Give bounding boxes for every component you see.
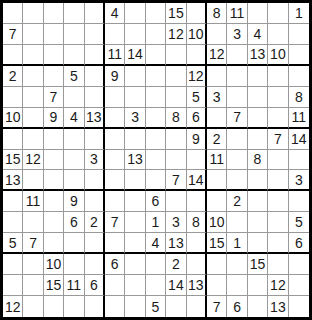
cell-r7c7[interactable] [125,129,145,150]
cell-r6c1[interactable]: 10 [3,108,23,129]
cell-r3c9[interactable] [166,45,186,66]
cell-r8c12[interactable] [227,150,247,171]
cell-r12c2[interactable]: 7 [23,233,43,254]
cell-r4c11[interactable] [207,66,227,87]
cell-r1c15[interactable]: 1 [289,3,309,24]
cell-r7c3[interactable] [44,129,64,150]
cell-r3c11[interactable]: 12 [207,45,227,66]
cell-r3c7[interactable]: 14 [125,45,145,66]
cell-r5c5[interactable] [85,87,105,108]
cell-r14c14[interactable]: 12 [268,275,288,296]
cell-r6c2[interactable] [23,108,43,129]
cell-r9c5[interactable] [85,170,105,191]
cell-r11c12[interactable] [227,212,247,233]
cell-r8c1[interactable]: 15 [3,150,23,171]
cell-r11c9[interactable]: 3 [166,212,186,233]
cell-r13c5[interactable] [85,254,105,275]
cell-r5c9[interactable] [166,87,186,108]
cell-r4c6[interactable]: 9 [105,66,125,87]
cell-r14c6[interactable] [105,275,125,296]
cell-r12c10[interactable] [187,233,207,254]
cell-r4c3[interactable] [44,66,64,87]
cell-r14c15[interactable] [289,275,309,296]
cell-r9c15[interactable]: 3 [289,170,309,191]
cell-r13c10[interactable] [187,254,207,275]
cell-r10c8[interactable]: 6 [146,191,166,212]
cell-r11c15[interactable]: 5 [289,212,309,233]
cell-r2c11[interactable] [207,24,227,45]
cell-r1c10[interactable] [187,3,207,24]
cell-r4c8[interactable] [146,66,166,87]
cell-r10c3[interactable] [44,191,64,212]
cell-r9c11[interactable] [207,170,227,191]
cell-r4c7[interactable] [125,66,145,87]
cell-r15c11[interactable]: 7 [207,296,227,317]
cell-r3c8[interactable] [146,45,166,66]
cell-r15c3[interactable] [44,296,64,317]
cell-r4c9[interactable] [166,66,186,87]
cell-r12c9[interactable]: 13 [166,233,186,254]
cell-r13c3[interactable]: 10 [44,254,64,275]
cell-r9c9[interactable]: 7 [166,170,186,191]
cell-r6c15[interactable]: 11 [289,108,309,129]
cell-r14c8[interactable] [146,275,166,296]
cell-r8c7[interactable]: 13 [125,150,145,171]
cell-r13c8[interactable] [146,254,166,275]
cell-r12c11[interactable]: 15 [207,233,227,254]
cell-r7c2[interactable] [23,129,43,150]
cell-r5c12[interactable] [227,87,247,108]
cell-r13c11[interactable] [207,254,227,275]
cell-r7c10[interactable]: 9 [187,129,207,150]
cell-r13c14[interactable] [268,254,288,275]
cell-r9c13[interactable] [248,170,268,191]
cell-r1c3[interactable] [44,3,64,24]
cell-r11c6[interactable]: 7 [105,212,125,233]
cell-r4c15[interactable] [289,66,309,87]
cell-r9c3[interactable] [44,170,64,191]
cell-r10c7[interactable] [125,191,145,212]
cell-r2c8[interactable] [146,24,166,45]
cell-r10c10[interactable] [187,191,207,212]
cell-r2c6[interactable] [105,24,125,45]
cell-r9c12[interactable] [227,170,247,191]
cell-r2c14[interactable] [268,24,288,45]
cell-r7c11[interactable]: 2 [207,129,227,150]
cell-r4c14[interactable] [268,66,288,87]
cell-r5c15[interactable]: 8 [289,87,309,108]
cell-r3c5[interactable] [85,45,105,66]
cell-r9c4[interactable] [64,170,84,191]
cell-r10c14[interactable] [268,191,288,212]
cell-r6c9[interactable]: 8 [166,108,186,129]
cell-r9c1[interactable]: 13 [3,170,23,191]
cell-r5c14[interactable] [268,87,288,108]
cell-r9c10[interactable]: 14 [187,170,207,191]
cell-r12c8[interactable]: 4 [146,233,166,254]
cell-r13c7[interactable] [125,254,145,275]
cell-r4c10[interactable]: 12 [187,66,207,87]
cell-r5c8[interactable] [146,87,166,108]
cell-r1c5[interactable] [85,3,105,24]
cell-r9c7[interactable] [125,170,145,191]
cell-r3c1[interactable] [3,45,23,66]
cell-r1c1[interactable] [3,3,23,24]
cell-r14c1[interactable] [3,275,23,296]
cell-r2c10[interactable]: 10 [187,24,207,45]
cell-r6c10[interactable]: 6 [187,108,207,129]
cell-r14c12[interactable] [227,275,247,296]
cell-r11c2[interactable] [23,212,43,233]
cell-r10c4[interactable]: 9 [64,191,84,212]
cell-r3c13[interactable]: 13 [248,45,268,66]
cell-r14c7[interactable] [125,275,145,296]
cell-r15c15[interactable] [289,296,309,317]
cell-r4c12[interactable] [227,66,247,87]
cell-r1c4[interactable] [64,3,84,24]
cell-r13c13[interactable]: 15 [248,254,268,275]
cell-r8c10[interactable] [187,150,207,171]
cell-r11c8[interactable]: 1 [146,212,166,233]
cell-r14c3[interactable]: 15 [44,275,64,296]
cell-r6c7[interactable]: 3 [125,108,145,129]
cell-r10c12[interactable]: 2 [227,191,247,212]
cell-r2c5[interactable] [85,24,105,45]
cell-r8c13[interactable]: 8 [248,150,268,171]
cell-r12c7[interactable] [125,233,145,254]
cell-r2c4[interactable] [64,24,84,45]
cell-r1c13[interactable] [248,3,268,24]
cell-r12c15[interactable]: 6 [289,233,309,254]
cell-r8c3[interactable] [44,150,64,171]
cell-r14c11[interactable] [207,275,227,296]
cell-r12c1[interactable]: 5 [3,233,23,254]
cell-r5c2[interactable] [23,87,43,108]
cell-r10c11[interactable] [207,191,227,212]
cell-r10c2[interactable]: 11 [23,191,43,212]
cell-r3c15[interactable] [289,45,309,66]
cell-r12c4[interactable] [64,233,84,254]
cell-r7c4[interactable] [64,129,84,150]
cell-r15c6[interactable] [105,296,125,317]
cell-r6c3[interactable]: 9 [44,108,64,129]
cell-r4c4[interactable]: 5 [64,66,84,87]
cell-r2c3[interactable] [44,24,64,45]
cell-r7c13[interactable] [248,129,268,150]
cell-r11c14[interactable] [268,212,288,233]
cell-r12c14[interactable] [268,233,288,254]
cell-r5c3[interactable]: 7 [44,87,64,108]
cell-r15c2[interactable] [23,296,43,317]
cell-r15c10[interactable] [187,296,207,317]
cell-r12c5[interactable] [85,233,105,254]
cell-r1c8[interactable] [146,3,166,24]
cell-r14c13[interactable] [248,275,268,296]
cell-r3c10[interactable] [187,45,207,66]
cell-r15c7[interactable] [125,296,145,317]
cell-r14c4[interactable]: 11 [64,275,84,296]
cell-r6c14[interactable] [268,108,288,129]
cell-r14c9[interactable]: 14 [166,275,186,296]
cell-r5c1[interactable] [3,87,23,108]
cell-r13c15[interactable] [289,254,309,275]
cell-r6c5[interactable]: 13 [85,108,105,129]
cell-r5c4[interactable] [64,87,84,108]
cell-r8c5[interactable]: 3 [85,150,105,171]
cell-r3c4[interactable] [64,45,84,66]
cell-r8c14[interactable] [268,150,288,171]
cell-r10c13[interactable] [248,191,268,212]
cell-r14c5[interactable]: 6 [85,275,105,296]
cell-r4c5[interactable] [85,66,105,87]
cell-r8c4[interactable] [64,150,84,171]
cell-r8c6[interactable] [105,150,125,171]
cell-r11c5[interactable]: 2 [85,212,105,233]
cell-r3c3[interactable] [44,45,64,66]
cell-r15c5[interactable] [85,296,105,317]
cell-r15c9[interactable] [166,296,186,317]
cell-r7c9[interactable] [166,129,186,150]
cell-r7c14[interactable]: 7 [268,129,288,150]
cell-r1c9[interactable]: 15 [166,3,186,24]
cell-r10c15[interactable] [289,191,309,212]
cell-r6c4[interactable]: 4 [64,108,84,129]
cell-r7c12[interactable] [227,129,247,150]
cell-r11c1[interactable] [3,212,23,233]
cell-r9c2[interactable] [23,170,43,191]
cell-r12c3[interactable] [44,233,64,254]
cell-r5c7[interactable] [125,87,145,108]
cell-r13c12[interactable] [227,254,247,275]
cell-r4c13[interactable] [248,66,268,87]
sudoku-page: 4158111712103411141213102591275381094133… [0,0,312,320]
cell-r15c4[interactable] [64,296,84,317]
cell-r2c1[interactable]: 7 [3,24,23,45]
cell-r1c2[interactable] [23,3,43,24]
cell-r15c14[interactable]: 13 [268,296,288,317]
cell-r4c2[interactable] [23,66,43,87]
cell-r6c8[interactable] [146,108,166,129]
cell-r6c13[interactable] [248,108,268,129]
cell-r4c1[interactable]: 2 [3,66,23,87]
cell-r7c8[interactable] [146,129,166,150]
cell-r7c15[interactable]: 14 [289,129,309,150]
cell-r8c8[interactable] [146,150,166,171]
cell-r2c9[interactable]: 12 [166,24,186,45]
cell-r9c8[interactable] [146,170,166,191]
cell-r12c13[interactable] [248,233,268,254]
cell-r8c2[interactable]: 12 [23,150,43,171]
cell-r12c6[interactable] [105,233,125,254]
cell-r7c1[interactable] [3,129,23,150]
sudoku-board: 4158111712103411141213102591275381094133… [0,0,312,320]
cell-r10c1[interactable] [3,191,23,212]
cell-r8c11[interactable]: 11 [207,150,227,171]
cell-r13c6[interactable]: 6 [105,254,125,275]
cell-r1c6[interactable]: 4 [105,3,125,24]
cell-r9c6[interactable] [105,170,125,191]
cell-r13c2[interactable] [23,254,43,275]
cell-r6c11[interactable] [207,108,227,129]
cell-r2c12[interactable]: 3 [227,24,247,45]
cell-r10c5[interactable] [85,191,105,212]
cell-r15c13[interactable] [248,296,268,317]
cell-r11c10[interactable]: 8 [187,212,207,233]
cell-r6c12[interactable]: 7 [227,108,247,129]
cell-r11c7[interactable] [125,212,145,233]
cell-r15c1[interactable]: 12 [3,296,23,317]
cell-r5c11[interactable]: 3 [207,87,227,108]
cell-r1c12[interactable]: 11 [227,3,247,24]
cell-r3c14[interactable]: 10 [268,45,288,66]
cell-r8c15[interactable] [289,150,309,171]
cell-r3c6[interactable]: 11 [105,45,125,66]
cell-r2c2[interactable] [23,24,43,45]
cell-r2c13[interactable]: 4 [248,24,268,45]
cell-r5c13[interactable] [248,87,268,108]
cell-r7c6[interactable] [105,129,125,150]
cell-r12c12[interactable]: 1 [227,233,247,254]
cell-r15c12[interactable]: 6 [227,296,247,317]
cell-r10c9[interactable] [166,191,186,212]
cell-r15c8[interactable]: 5 [146,296,166,317]
cell-r11c11[interactable]: 10 [207,212,227,233]
cell-r2c15[interactable] [289,24,309,45]
cell-r6c6[interactable] [105,108,125,129]
cell-r11c3[interactable] [44,212,64,233]
cell-r13c1[interactable] [3,254,23,275]
cell-r11c4[interactable]: 6 [64,212,84,233]
cell-r11c13[interactable] [248,212,268,233]
cell-r1c7[interactable] [125,3,145,24]
cell-r14c2[interactable] [23,275,43,296]
cell-r5c6[interactable] [105,87,125,108]
cell-r14c10[interactable]: 13 [187,275,207,296]
cell-r1c11[interactable]: 8 [207,3,227,24]
cell-r3c2[interactable] [23,45,43,66]
cell-r13c4[interactable] [64,254,84,275]
cell-r13c9[interactable]: 2 [166,254,186,275]
cell-r5c10[interactable]: 5 [187,87,207,108]
cell-r2c7[interactable] [125,24,145,45]
cell-r10c6[interactable] [105,191,125,212]
cell-r8c9[interactable] [166,150,186,171]
cell-r7c5[interactable] [85,129,105,150]
cell-r1c14[interactable] [268,3,288,24]
cell-r3c12[interactable] [227,45,247,66]
cell-r9c14[interactable] [268,170,288,191]
